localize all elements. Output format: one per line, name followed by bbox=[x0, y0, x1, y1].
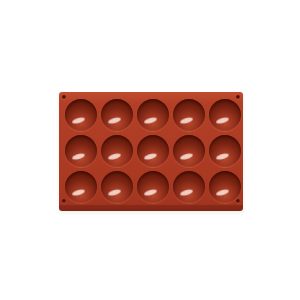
mold-cavity bbox=[209, 135, 241, 167]
cavity-grid bbox=[59, 92, 243, 211]
mold-cavity bbox=[101, 135, 133, 167]
mold-cavity bbox=[173, 135, 205, 167]
mold-cavity bbox=[137, 135, 169, 167]
mold-cavity bbox=[209, 99, 241, 131]
mold-cavity bbox=[137, 171, 169, 203]
mold-cavity bbox=[173, 171, 205, 203]
silicone-mold bbox=[59, 92, 243, 211]
mold-cavity bbox=[101, 99, 133, 131]
product-photo bbox=[0, 0, 300, 300]
mold-cavity bbox=[173, 99, 205, 131]
mold-cavity bbox=[209, 171, 241, 203]
mold-cavity bbox=[137, 99, 169, 131]
mold-cavity bbox=[65, 171, 97, 203]
mold-cavity bbox=[101, 171, 133, 203]
mold-cavity bbox=[65, 135, 97, 167]
mold-cavity bbox=[65, 99, 97, 131]
